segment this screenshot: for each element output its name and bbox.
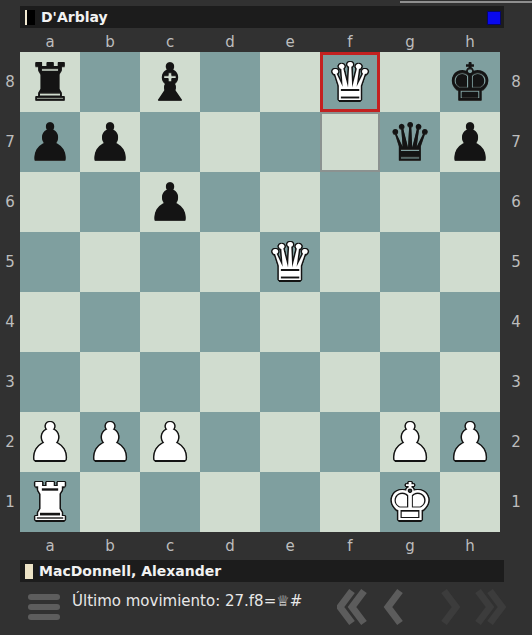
square-e6[interactable] (260, 172, 320, 232)
rank-labels-left: 87654321 (0, 52, 20, 532)
square-a8[interactable]: ♜ (20, 52, 80, 112)
square-e7[interactable] (260, 112, 320, 172)
white-pawn-piece: ♟ (87, 412, 134, 472)
square-b7[interactable]: ♟ (80, 112, 140, 172)
file-label-h: h (440, 536, 500, 556)
square-h1[interactable] (440, 472, 500, 532)
white-king-piece: ♚ (387, 472, 434, 532)
square-d3[interactable] (200, 352, 260, 412)
square-a3[interactable] (20, 352, 80, 412)
black-bishop-piece: ♝ (147, 52, 194, 112)
file-label-g: g (380, 536, 440, 556)
white-player-bar: MacDonnell, Alexander (20, 560, 504, 582)
file-label-e: e (260, 536, 320, 556)
rank-label-5: 5 (0, 232, 20, 292)
rank-label-7: 7 (500, 112, 532, 172)
square-f8[interactable]: ♛ (320, 52, 380, 112)
square-a7[interactable]: ♟ (20, 112, 80, 172)
square-g2[interactable]: ♟ (380, 412, 440, 472)
square-f2[interactable] (320, 412, 380, 472)
square-b6[interactable] (80, 172, 140, 232)
square-h6[interactable] (440, 172, 500, 232)
square-d5[interactable] (200, 232, 260, 292)
square-b4[interactable] (80, 292, 140, 352)
square-c5[interactable] (140, 232, 200, 292)
square-c2[interactable]: ♟ (140, 412, 200, 472)
black-pawn-piece: ♟ (87, 112, 134, 172)
square-a5[interactable] (20, 232, 80, 292)
rank-label-4: 4 (0, 292, 20, 352)
square-d1[interactable] (200, 472, 260, 532)
rank-label-7: 7 (0, 112, 20, 172)
nav-next-move[interactable] (439, 588, 461, 626)
file-label-c: c (140, 536, 200, 556)
rank-label-5: 5 (500, 232, 532, 292)
rank-label-6: 6 (500, 172, 532, 232)
chess-app-screen: D'Arblay abcdefgh 87654321 ♜♝♛♚♟♟♛♟♟♛♟♟♟… (0, 0, 532, 635)
square-a2[interactable]: ♟ (20, 412, 80, 472)
square-f6[interactable] (320, 172, 380, 232)
square-g7[interactable]: ♛ (380, 112, 440, 172)
rank-label-8: 8 (500, 52, 532, 112)
square-e1[interactable] (260, 472, 320, 532)
square-f5[interactable] (320, 232, 380, 292)
rank-label-2: 2 (500, 412, 532, 472)
square-f3[interactable] (320, 352, 380, 412)
square-c7[interactable] (140, 112, 200, 172)
square-b2[interactable]: ♟ (80, 412, 140, 472)
square-a4[interactable] (20, 292, 80, 352)
square-c1[interactable] (140, 472, 200, 532)
square-c6[interactable]: ♟ (140, 172, 200, 232)
square-c3[interactable] (140, 352, 200, 412)
nav-last-move[interactable] (475, 588, 507, 626)
white-rook-piece: ♜ (27, 472, 74, 532)
move-navigation (337, 588, 507, 626)
square-d7[interactable] (200, 112, 260, 172)
white-player-name: MacDonnell, Alexander (39, 563, 221, 579)
square-g6[interactable] (380, 172, 440, 232)
square-b3[interactable] (80, 352, 140, 412)
black-pawn-piece: ♟ (147, 172, 194, 232)
file-labels-top: abcdefgh (20, 32, 500, 52)
square-h3[interactable] (440, 352, 500, 412)
square-c8[interactable]: ♝ (140, 52, 200, 112)
square-f7[interactable] (320, 112, 380, 172)
square-b5[interactable] (80, 232, 140, 292)
square-f1[interactable] (320, 472, 380, 532)
square-b1[interactable] (80, 472, 140, 532)
square-b8[interactable] (80, 52, 140, 112)
file-label-h: h (440, 32, 500, 52)
square-c4[interactable] (140, 292, 200, 352)
file-label-b: b (80, 536, 140, 556)
file-label-c: c (140, 32, 200, 52)
square-g1[interactable]: ♚ (380, 472, 440, 532)
rank-label-4: 4 (500, 292, 532, 352)
white-queen-piece: ♛ (327, 52, 374, 112)
black-queen-piece: ♛ (387, 112, 434, 172)
white-color-swatch-icon (25, 564, 33, 579)
top-divider-line (400, 1, 532, 3)
file-label-f: f (320, 536, 380, 556)
square-f4[interactable] (320, 292, 380, 352)
white-pawn-piece: ♟ (387, 412, 434, 472)
file-label-f: f (320, 32, 380, 52)
rank-label-3: 3 (500, 352, 532, 412)
file-label-d: d (200, 536, 260, 556)
black-player-name: D'Arblay (41, 9, 108, 25)
white-pawn-piece: ♟ (147, 412, 194, 472)
rank-label-2: 2 (0, 412, 20, 472)
square-g3[interactable] (380, 352, 440, 412)
white-queen-piece: ♛ (267, 232, 314, 292)
square-h5[interactable] (440, 232, 500, 292)
file-labels-bottom: abcdefgh (20, 536, 500, 556)
black-pawn-piece: ♟ (447, 112, 494, 172)
rank-label-8: 8 (0, 52, 20, 112)
white-pawn-piece: ♟ (27, 412, 74, 472)
chess-board: ♜♝♛♚♟♟♛♟♟♛♟♟♟♟♟♜♚ (20, 52, 500, 532)
file-label-b: b (80, 32, 140, 52)
square-g5[interactable] (380, 232, 440, 292)
square-e3[interactable] (260, 352, 320, 412)
square-d4[interactable] (200, 292, 260, 352)
rank-labels-right: 87654321 (500, 52, 532, 532)
rank-label-3: 3 (0, 352, 20, 412)
file-label-d: d (200, 32, 260, 52)
last-move-text: Último movimiento: 27.f8=♕# (72, 592, 302, 610)
square-h2[interactable]: ♟ (440, 412, 500, 472)
square-e5[interactable]: ♛ (260, 232, 320, 292)
square-e8[interactable] (260, 52, 320, 112)
menu-icon[interactable] (28, 594, 60, 622)
black-player-bar: D'Arblay (20, 6, 504, 28)
square-h4[interactable] (440, 292, 500, 352)
nav-previous-move[interactable] (383, 588, 405, 626)
file-label-e: e (260, 32, 320, 52)
status-square-icon (487, 11, 501, 25)
square-g4[interactable] (380, 292, 440, 352)
rank-label-6: 6 (0, 172, 20, 232)
rank-label-1: 1 (0, 472, 20, 532)
rank-label-1: 1 (500, 472, 532, 532)
square-e2[interactable] (260, 412, 320, 472)
black-pawn-piece: ♟ (27, 112, 74, 172)
square-a6[interactable] (20, 172, 80, 232)
black-king-piece: ♚ (447, 52, 494, 112)
square-g8[interactable] (380, 52, 440, 112)
black-color-swatch-icon (25, 10, 35, 25)
file-label-a: a (20, 536, 80, 556)
square-e4[interactable] (260, 292, 320, 352)
square-d6[interactable] (200, 172, 260, 232)
nav-first-move[interactable] (337, 588, 369, 626)
square-h8[interactable]: ♚ (440, 52, 500, 112)
square-d2[interactable] (200, 412, 260, 472)
black-rook-piece: ♜ (27, 52, 74, 112)
white-pawn-piece: ♟ (447, 412, 494, 472)
file-label-a: a (20, 32, 80, 52)
control-bar: Último movimiento: 27.f8=♕# (0, 583, 532, 635)
square-h7[interactable]: ♟ (440, 112, 500, 172)
square-a1[interactable]: ♜ (20, 472, 80, 532)
square-d8[interactable] (200, 52, 260, 112)
file-label-g: g (380, 32, 440, 52)
